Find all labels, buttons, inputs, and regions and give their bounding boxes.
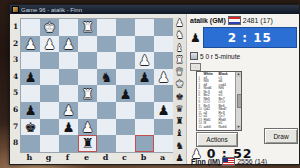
square-d2[interactable] [97, 36, 116, 53]
square-g2[interactable]: ♟ [40, 36, 59, 53]
square-a2[interactable] [154, 36, 173, 53]
tray-white-knight-icon[interactable]: ♞ [175, 30, 184, 40]
tray-white-king-icon[interactable]: ♚ [175, 79, 184, 89]
piece-tray[interactable]: ♟♞♝♜♛♚♚♛♜♝♞♟ [173, 17, 186, 164]
square-g8[interactable] [40, 135, 59, 152]
info-panel: atalik (GM) 2481 (17) ♟ 2 : 15 5 0 r 5-m… [186, 14, 299, 164]
square-e2[interactable] [78, 36, 97, 53]
square-a6[interactable]: ♟ [154, 102, 173, 119]
black-pawn[interactable]: ♟ [62, 119, 74, 135]
square-e4[interactable] [78, 69, 97, 86]
square-g5[interactable] [40, 85, 59, 102]
move-list-scrollbar[interactable]: ▲ ▼ [235, 72, 241, 130]
square-f2[interactable]: ♟ [59, 36, 78, 53]
square-g6[interactable] [40, 102, 59, 119]
file-label-g: g [39, 152, 58, 162]
tray-black-knight-icon[interactable]: ♞ [175, 141, 184, 151]
square-d1[interactable] [97, 19, 116, 36]
square-a3[interactable] [154, 52, 173, 69]
black-knight[interactable]: ♞ [100, 69, 112, 85]
black-king[interactable]: ♚ [24, 119, 36, 135]
square-h4[interactable]: ♟ [21, 69, 40, 86]
white-king[interactable]: ♚ [43, 19, 55, 35]
square-c6[interactable] [116, 102, 135, 119]
square-g4[interactable] [40, 69, 59, 86]
scroll-up-icon[interactable]: ▲ [236, 72, 241, 77]
actions-button[interactable]: Actions [196, 132, 238, 147]
app-icon [12, 6, 19, 13]
tray-white-bishop-icon[interactable]: ♝ [175, 43, 184, 53]
tray-white-queen-icon[interactable]: ♛ [175, 67, 184, 77]
square-h3[interactable] [21, 52, 40, 69]
square-f5[interactable] [59, 85, 78, 102]
square-c2[interactable] [116, 36, 135, 53]
scroll-down-icon[interactable]: ▼ [236, 125, 241, 130]
square-b6[interactable] [135, 102, 154, 119]
chess-board[interactable]: ♚♜♟♟♟♟♟♞♟♟♜♟♟♟♟♚♟♟♜ [20, 18, 174, 153]
square-e7[interactable]: ♟ [78, 119, 97, 136]
tray-black-pawn-icon[interactable]: ♟ [175, 153, 184, 163]
move-list-spinner[interactable]: - [190, 63, 201, 71]
square-g7[interactable] [40, 119, 59, 136]
file-label-e: e [77, 152, 96, 162]
file-label-h: h [20, 152, 39, 162]
tray-black-bishop-icon[interactable]: ♝ [175, 128, 184, 138]
square-b2[interactable] [135, 36, 154, 53]
black-rook[interactable]: ♜ [81, 135, 93, 151]
square-e8[interactable]: ♜ [78, 135, 97, 152]
black-pawn[interactable]: ♟ [157, 102, 169, 118]
scrollbar-thumb[interactable] [237, 94, 243, 108]
tray-black-rook-icon[interactable]: ♜ [175, 116, 184, 126]
white-rook[interactable]: ♜ [81, 19, 93, 35]
square-d3[interactable] [97, 52, 116, 69]
square-h7[interactable]: ♚ [21, 119, 40, 136]
white-pawn[interactable]: ♟ [43, 36, 55, 52]
file-label-c: c [115, 152, 134, 162]
rank-label-8: 8 [11, 138, 20, 147]
top-player-rating: 2481 (17) [243, 17, 273, 24]
square-c8[interactable] [116, 135, 135, 152]
square-c1[interactable] [116, 19, 135, 36]
bottom-player-flag-icon [222, 157, 235, 166]
window-titlebar[interactable]: Game 96 - atalik - Finn [10, 5, 299, 14]
black-pawn[interactable]: ♟ [138, 69, 150, 85]
rank-label-7: 7 [11, 122, 20, 131]
square-f6[interactable]: ♟ [59, 102, 78, 119]
white-pawn[interactable]: ♟ [24, 36, 36, 52]
square-f4[interactable] [59, 69, 78, 86]
square-e5[interactable]: ♜ [78, 85, 97, 102]
top-player-clock: 2 : 15 [203, 27, 297, 48]
tray-white-pawn-icon[interactable]: ♟ [175, 18, 184, 28]
square-a8[interactable] [154, 135, 173, 152]
tray-black-queen-icon[interactable]: ♛ [175, 104, 184, 114]
game-type-icon [190, 52, 198, 60]
square-f3[interactable] [59, 52, 78, 69]
move-list[interactable]: WhiteBlack1e4c52Nf3d63d4cxd44Nxd4Nf65Nc3… [196, 71, 242, 131]
file-label-d: d [96, 152, 115, 162]
square-h8[interactable] [21, 135, 40, 152]
square-b7[interactable] [135, 119, 154, 136]
game-info-text: 5 0 r 5-minute [200, 53, 240, 60]
square-g1[interactable]: ♚ [40, 19, 59, 36]
square-d4[interactable]: ♞ [97, 69, 116, 86]
rank-label-3: 3 [11, 55, 20, 64]
top-clock-row: ♟ 2 : 15 [190, 27, 297, 48]
white-pawn[interactable]: ♟ [81, 119, 93, 135]
white-pawn[interactable]: ♟ [62, 102, 74, 118]
bottom-player-row: Finn (IM) 2556 (14) [191, 157, 267, 166]
square-f8[interactable] [59, 135, 78, 152]
black-pawn[interactable]: ♟ [24, 102, 36, 118]
square-e1[interactable]: ♜ [78, 19, 97, 36]
square-a1[interactable] [154, 19, 173, 36]
draw-button[interactable]: Draw [264, 128, 298, 144]
square-a5[interactable] [154, 85, 173, 102]
top-player-name: atalik (GM) [190, 17, 226, 24]
square-c5[interactable]: ♟ [116, 85, 135, 102]
rank-label-6: 6 [11, 105, 20, 114]
game-info-row: 5 0 r 5-minute [190, 52, 240, 60]
black-pawn[interactable]: ♟ [119, 86, 131, 102]
file-label-f: f [58, 152, 77, 162]
tray-white-rook-icon[interactable]: ♜ [175, 55, 184, 65]
top-player-flag-icon [228, 16, 241, 25]
square-h2[interactable]: ♟ [21, 36, 40, 53]
square-h6[interactable]: ♟ [21, 102, 40, 119]
square-a7[interactable] [154, 119, 173, 136]
top-player-row: atalik (GM) 2481 (17) [190, 16, 273, 25]
square-c4[interactable] [116, 69, 135, 86]
square-h1[interactable] [21, 19, 40, 36]
black-pawn[interactable]: ♟ [24, 69, 36, 85]
white-pawn[interactable]: ♟ [157, 69, 169, 85]
file-label-a: a [153, 152, 172, 162]
chess-app-window: Game 96 - atalik - Finn 12345678 ♚♜♟♟♟♟♟… [9, 4, 300, 165]
square-d6[interactable] [97, 102, 116, 119]
rank-label-2: 2 [11, 39, 20, 48]
white-rook[interactable]: ♜ [81, 86, 93, 102]
square-a4[interactable]: ♟ [154, 69, 173, 86]
square-g3[interactable] [40, 52, 59, 69]
square-b4[interactable]: ♟ [135, 69, 154, 86]
square-b8[interactable] [135, 135, 154, 152]
white-pawn[interactable]: ♟ [138, 52, 150, 68]
square-e6[interactable] [78, 102, 97, 119]
square-d7[interactable] [97, 119, 116, 136]
rank-label-1: 1 [11, 22, 20, 31]
bottom-player-name: Finn (IM) [191, 158, 220, 165]
square-d5[interactable] [97, 85, 116, 102]
square-e3[interactable] [78, 52, 97, 69]
window-title: Game 96 - atalik - Finn [21, 7, 82, 13]
black-pawn-icon: ♟ [190, 32, 201, 44]
square-c3[interactable] [116, 52, 135, 69]
rank-label-5: 5 [11, 88, 20, 97]
file-label-b: b [134, 152, 153, 162]
square-h5[interactable] [21, 85, 40, 102]
square-f7[interactable]: ♟ [59, 119, 78, 136]
video-frame-background: Game 96 - atalik - Finn 12345678 ♚♜♟♟♟♟♟… [0, 0, 300, 168]
tray-black-king-icon[interactable]: ♚ [175, 92, 184, 102]
square-c7[interactable] [116, 119, 135, 136]
window-content: 12345678 ♚♜♟♟♟♟♟♞♟♟♜♟♟♟♟♚♟♟♜ hgfedcba ♟♞… [10, 14, 299, 164]
square-d8[interactable] [97, 135, 116, 152]
white-pawn[interactable]: ♟ [62, 36, 74, 52]
square-b5[interactable] [135, 85, 154, 102]
square-b3[interactable]: ♟ [135, 52, 154, 69]
bottom-player-rating: 2556 (14) [237, 158, 267, 165]
square-b1[interactable] [135, 19, 154, 36]
rank-label-4: 4 [11, 72, 20, 81]
square-f1[interactable] [59, 19, 78, 36]
